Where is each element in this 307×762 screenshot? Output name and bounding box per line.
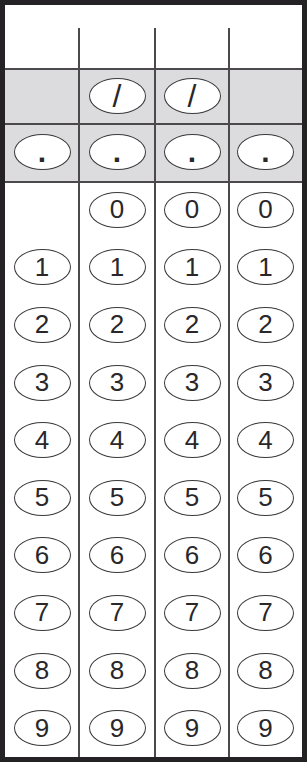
bubble-c4-digit-8[interactable]: 8 — [237, 653, 294, 689]
cell-digit-5-c1: 5 — [5, 469, 79, 527]
cell-digit-7-c1: 7 — [5, 584, 79, 642]
bubble-c4-digit-9[interactable]: 9 — [237, 710, 294, 746]
bubble-c3-digit-5[interactable]: 5 — [164, 480, 221, 516]
bubble-c4-digit-5[interactable]: 5 — [237, 480, 294, 516]
bubble-grid: //....0001111222233334444555566667777888… — [5, 5, 302, 757]
bubble-c2-decimal[interactable]: . — [89, 134, 146, 170]
cell-digit-2-c2: 2 — [79, 296, 155, 354]
cell-digit-8-c2: 8 — [79, 642, 155, 700]
cell-digit-6-c1: 6 — [5, 527, 79, 585]
bubble-c3-digit-2[interactable]: 2 — [164, 307, 221, 343]
write-in-box-c2[interactable] — [79, 5, 155, 68]
write-in-box-c1[interactable] — [5, 5, 79, 68]
bubble-c2-digit-8[interactable]: 8 — [89, 653, 146, 689]
cell-digit-1-c4: 1 — [229, 239, 302, 297]
cell-digit-6-c2: 6 — [79, 527, 155, 585]
bubble-c3-decimal[interactable]: . — [164, 134, 221, 170]
bubble-c1-digit-2[interactable]: 2 — [14, 307, 71, 343]
bubble-c2-digit-1[interactable]: 1 — [89, 249, 146, 285]
cell-fraction-c1 — [5, 68, 79, 123]
bubble-c2-digit-9[interactable]: 9 — [89, 710, 146, 746]
cell-fraction-c4 — [229, 68, 302, 123]
cell-digit-2-c1: 2 — [5, 296, 79, 354]
cell-digit-3-c3: 3 — [155, 354, 229, 412]
cell-digit-0-c4: 0 — [229, 181, 302, 239]
bubble-c3-digit-9[interactable]: 9 — [164, 710, 221, 746]
cell-digit-5-c2: 5 — [79, 469, 155, 527]
bubble-c1-digit-5[interactable]: 5 — [14, 480, 71, 516]
cell-digit-7-c4: 7 — [229, 584, 302, 642]
cell-digit-0-c3: 0 — [155, 181, 229, 239]
cell-digit-2-c3: 2 — [155, 296, 229, 354]
cell-digit-1-c2: 1 — [79, 239, 155, 297]
bubble-c2-digit-3[interactable]: 3 — [89, 365, 146, 401]
cell-digit-5-c3: 5 — [155, 469, 229, 527]
cell-digit-0-c1 — [5, 181, 79, 239]
bubble-c3-digit-3[interactable]: 3 — [164, 365, 221, 401]
bubble-c2-digit-7[interactable]: 7 — [89, 595, 146, 631]
cell-decimal-c4: . — [229, 123, 302, 181]
cell-fraction-c2: / — [79, 68, 155, 123]
bubble-c1-digit-6[interactable]: 6 — [14, 537, 71, 573]
cell-digit-7-c3: 7 — [155, 584, 229, 642]
cell-digit-2-c4: 2 — [229, 296, 302, 354]
bubble-c4-decimal[interactable]: . — [237, 134, 294, 170]
cell-digit-6-c3: 6 — [155, 527, 229, 585]
cell-digit-9-c2: 9 — [79, 699, 155, 757]
bubble-c3-digit-4[interactable]: 4 — [164, 422, 221, 458]
bubble-c2-digit-4[interactable]: 4 — [89, 422, 146, 458]
bubble-c2-digit-2[interactable]: 2 — [89, 307, 146, 343]
cell-digit-5-c4: 5 — [229, 469, 302, 527]
cell-digit-8-c1: 8 — [5, 642, 79, 700]
cell-digit-7-c2: 7 — [79, 584, 155, 642]
grid-in-answer-sheet: //....0001111222233334444555566667777888… — [0, 0, 307, 762]
bubble-c3-digit-6[interactable]: 6 — [164, 537, 221, 573]
bubble-c1-decimal[interactable]: . — [14, 134, 71, 170]
cell-decimal-c3: . — [155, 123, 229, 181]
cell-digit-3-c4: 3 — [229, 354, 302, 412]
write-in-box-c3[interactable] — [155, 5, 229, 68]
bubble-c3-digit-1[interactable]: 1 — [164, 249, 221, 285]
cell-digit-4-c4: 4 — [229, 411, 302, 469]
cell-digit-9-c3: 9 — [155, 699, 229, 757]
bubble-c3-slash[interactable]: / — [164, 78, 221, 114]
bubble-c4-digit-6[interactable]: 6 — [237, 537, 294, 573]
cell-digit-8-c3: 8 — [155, 642, 229, 700]
cell-digit-0-c2: 0 — [79, 181, 155, 239]
cell-digit-3-c2: 3 — [79, 354, 155, 412]
cell-digit-4-c2: 4 — [79, 411, 155, 469]
cell-digit-1-c1: 1 — [5, 239, 79, 297]
bubble-c4-digit-2[interactable]: 2 — [237, 307, 294, 343]
cell-fraction-c3: / — [155, 68, 229, 123]
cell-digit-4-c3: 4 — [155, 411, 229, 469]
bubble-c1-digit-1[interactable]: 1 — [14, 249, 71, 285]
bubble-c2-slash[interactable]: / — [89, 78, 146, 114]
cell-digit-9-c1: 9 — [5, 699, 79, 757]
cell-digit-3-c1: 3 — [5, 354, 79, 412]
cell-digit-6-c4: 6 — [229, 527, 302, 585]
cell-digit-9-c4: 9 — [229, 699, 302, 757]
bubble-c1-digit-7[interactable]: 7 — [14, 595, 71, 631]
write-in-box-c4[interactable] — [229, 5, 302, 68]
bubble-c1-digit-8[interactable]: 8 — [14, 653, 71, 689]
bubble-c3-digit-7[interactable]: 7 — [164, 595, 221, 631]
bubble-c1-digit-3[interactable]: 3 — [14, 365, 71, 401]
cell-decimal-c2: . — [79, 123, 155, 181]
bubble-c2-digit-5[interactable]: 5 — [89, 480, 146, 516]
cell-digit-8-c4: 8 — [229, 642, 302, 700]
bubble-c4-digit-4[interactable]: 4 — [237, 422, 294, 458]
bubble-c4-digit-7[interactable]: 7 — [237, 595, 294, 631]
cell-digit-1-c3: 1 — [155, 239, 229, 297]
cell-decimal-c1: . — [5, 123, 79, 181]
bubble-c4-digit-1[interactable]: 1 — [237, 249, 294, 285]
bubble-c4-digit-3[interactable]: 3 — [237, 365, 294, 401]
bubble-c3-digit-8[interactable]: 8 — [164, 653, 221, 689]
cell-digit-4-c1: 4 — [5, 411, 79, 469]
bubble-c1-digit-4[interactable]: 4 — [14, 422, 71, 458]
bubble-c2-digit-0[interactable]: 0 — [89, 192, 146, 228]
bubble-c4-digit-0[interactable]: 0 — [237, 192, 294, 228]
bubble-c3-digit-0[interactable]: 0 — [164, 192, 221, 228]
bubble-c2-digit-6[interactable]: 6 — [89, 537, 146, 573]
bubble-c1-digit-9[interactable]: 9 — [14, 710, 71, 746]
